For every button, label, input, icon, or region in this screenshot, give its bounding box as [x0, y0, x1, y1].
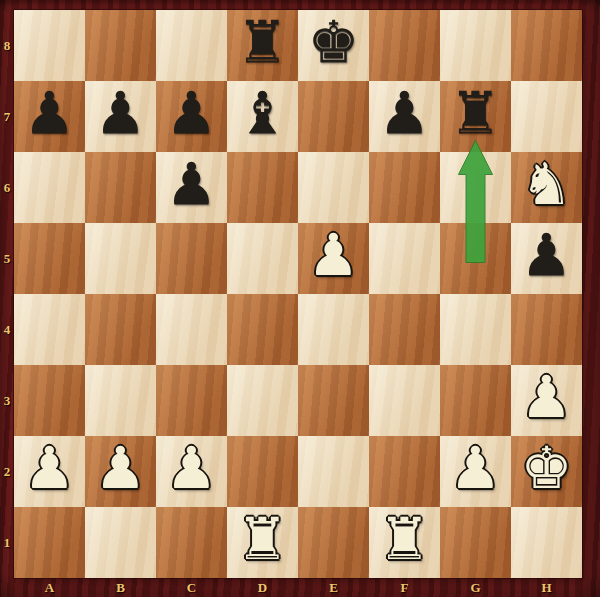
square-c7[interactable]: ♟ [156, 81, 227, 152]
piece-black-rook[interactable]: ♜ [450, 78, 502, 149]
file-label-D: D [227, 578, 298, 597]
square-a6[interactable] [14, 152, 85, 223]
square-e2[interactable] [298, 436, 369, 507]
square-d4[interactable] [227, 294, 298, 365]
file-label-G: G [440, 578, 511, 597]
rank-label-7: 7 [0, 81, 14, 152]
square-b4[interactable] [85, 294, 156, 365]
piece-white-pawn[interactable]: ♟ [308, 220, 360, 291]
square-b7[interactable]: ♟ [85, 81, 156, 152]
piece-black-pawn[interactable]: ♟ [166, 149, 218, 220]
piece-white-knight[interactable]: ♞ [521, 149, 573, 220]
square-h3[interactable]: ♟ [511, 365, 582, 436]
rank-label-2: 2 [0, 436, 14, 507]
piece-black-pawn[interactable]: ♟ [166, 78, 218, 149]
piece-black-bishop[interactable]: ♝ [237, 78, 289, 149]
piece-black-pawn[interactable]: ♟ [95, 78, 147, 149]
rank-label-5: 5 [0, 223, 14, 294]
square-c5[interactable] [156, 223, 227, 294]
file-label-C: C [156, 578, 227, 597]
square-d7[interactable]: ♝ [227, 81, 298, 152]
square-b2[interactable]: ♟ [85, 436, 156, 507]
piece-white-pawn[interactable]: ♟ [166, 433, 218, 504]
square-d6[interactable] [227, 152, 298, 223]
square-e1[interactable] [298, 507, 369, 578]
square-a2[interactable]: ♟ [14, 436, 85, 507]
chess-board-frame: ♜♚♟♟♟♝♟♜♟♞♟♟♟♟♟♟♟♚♜♜ 87654321ABCDEFGH [0, 0, 600, 597]
square-d5[interactable] [227, 223, 298, 294]
square-e8[interactable]: ♚ [298, 10, 369, 81]
piece-black-pawn[interactable]: ♟ [379, 78, 431, 149]
square-c1[interactable] [156, 507, 227, 578]
file-label-H: H [511, 578, 582, 597]
square-f8[interactable] [369, 10, 440, 81]
file-label-A: A [14, 578, 85, 597]
piece-white-king[interactable]: ♚ [521, 433, 573, 504]
square-f2[interactable] [369, 436, 440, 507]
square-c3[interactable] [156, 365, 227, 436]
square-g4[interactable] [440, 294, 511, 365]
square-c6[interactable]: ♟ [156, 152, 227, 223]
square-c8[interactable] [156, 10, 227, 81]
square-f1[interactable]: ♜ [369, 507, 440, 578]
square-b1[interactable] [85, 507, 156, 578]
square-f7[interactable]: ♟ [369, 81, 440, 152]
square-e4[interactable] [298, 294, 369, 365]
square-f5[interactable] [369, 223, 440, 294]
square-h8[interactable] [511, 10, 582, 81]
square-g1[interactable] [440, 507, 511, 578]
square-d2[interactable] [227, 436, 298, 507]
square-f3[interactable] [369, 365, 440, 436]
square-a1[interactable] [14, 507, 85, 578]
square-g8[interactable] [440, 10, 511, 81]
piece-white-pawn[interactable]: ♟ [95, 433, 147, 504]
square-b8[interactable] [85, 10, 156, 81]
piece-black-rook[interactable]: ♜ [237, 7, 289, 78]
square-c2[interactable]: ♟ [156, 436, 227, 507]
rank-label-8: 8 [0, 10, 14, 81]
square-e5[interactable]: ♟ [298, 223, 369, 294]
rank-label-1: 1 [0, 507, 14, 578]
square-h5[interactable]: ♟ [511, 223, 582, 294]
square-g6[interactable] [440, 152, 511, 223]
piece-white-pawn[interactable]: ♟ [24, 433, 76, 504]
square-e7[interactable] [298, 81, 369, 152]
square-b3[interactable] [85, 365, 156, 436]
square-d1[interactable]: ♜ [227, 507, 298, 578]
file-label-E: E [298, 578, 369, 597]
square-a7[interactable]: ♟ [14, 81, 85, 152]
square-h1[interactable] [511, 507, 582, 578]
square-f4[interactable] [369, 294, 440, 365]
piece-white-rook[interactable]: ♜ [237, 504, 289, 575]
square-h7[interactable] [511, 81, 582, 152]
rank-label-3: 3 [0, 365, 14, 436]
piece-black-pawn[interactable]: ♟ [521, 220, 573, 291]
rank-label-6: 6 [0, 152, 14, 223]
square-g5[interactable] [440, 223, 511, 294]
square-g3[interactable] [440, 365, 511, 436]
piece-white-rook[interactable]: ♜ [379, 504, 431, 575]
square-g7[interactable]: ♜ [440, 81, 511, 152]
file-label-B: B [85, 578, 156, 597]
square-e6[interactable] [298, 152, 369, 223]
file-label-F: F [369, 578, 440, 597]
square-b5[interactable] [85, 223, 156, 294]
piece-black-pawn[interactable]: ♟ [24, 78, 76, 149]
square-b6[interactable] [85, 152, 156, 223]
square-e3[interactable] [298, 365, 369, 436]
square-h4[interactable] [511, 294, 582, 365]
square-d8[interactable]: ♜ [227, 10, 298, 81]
piece-white-pawn[interactable]: ♟ [521, 362, 573, 433]
square-a5[interactable] [14, 223, 85, 294]
square-a8[interactable] [14, 10, 85, 81]
square-c4[interactable] [156, 294, 227, 365]
chess-board: ♜♚♟♟♟♝♟♜♟♞♟♟♟♟♟♟♟♚♜♜ [14, 10, 582, 578]
rank-label-4: 4 [0, 294, 14, 365]
square-a3[interactable] [14, 365, 85, 436]
square-h6[interactable]: ♞ [511, 152, 582, 223]
piece-black-king[interactable]: ♚ [308, 7, 360, 78]
square-h2[interactable]: ♚ [511, 436, 582, 507]
square-g2[interactable]: ♟ [440, 436, 511, 507]
square-a4[interactable] [14, 294, 85, 365]
piece-white-pawn[interactable]: ♟ [450, 433, 502, 504]
square-f6[interactable] [369, 152, 440, 223]
square-d3[interactable] [227, 365, 298, 436]
